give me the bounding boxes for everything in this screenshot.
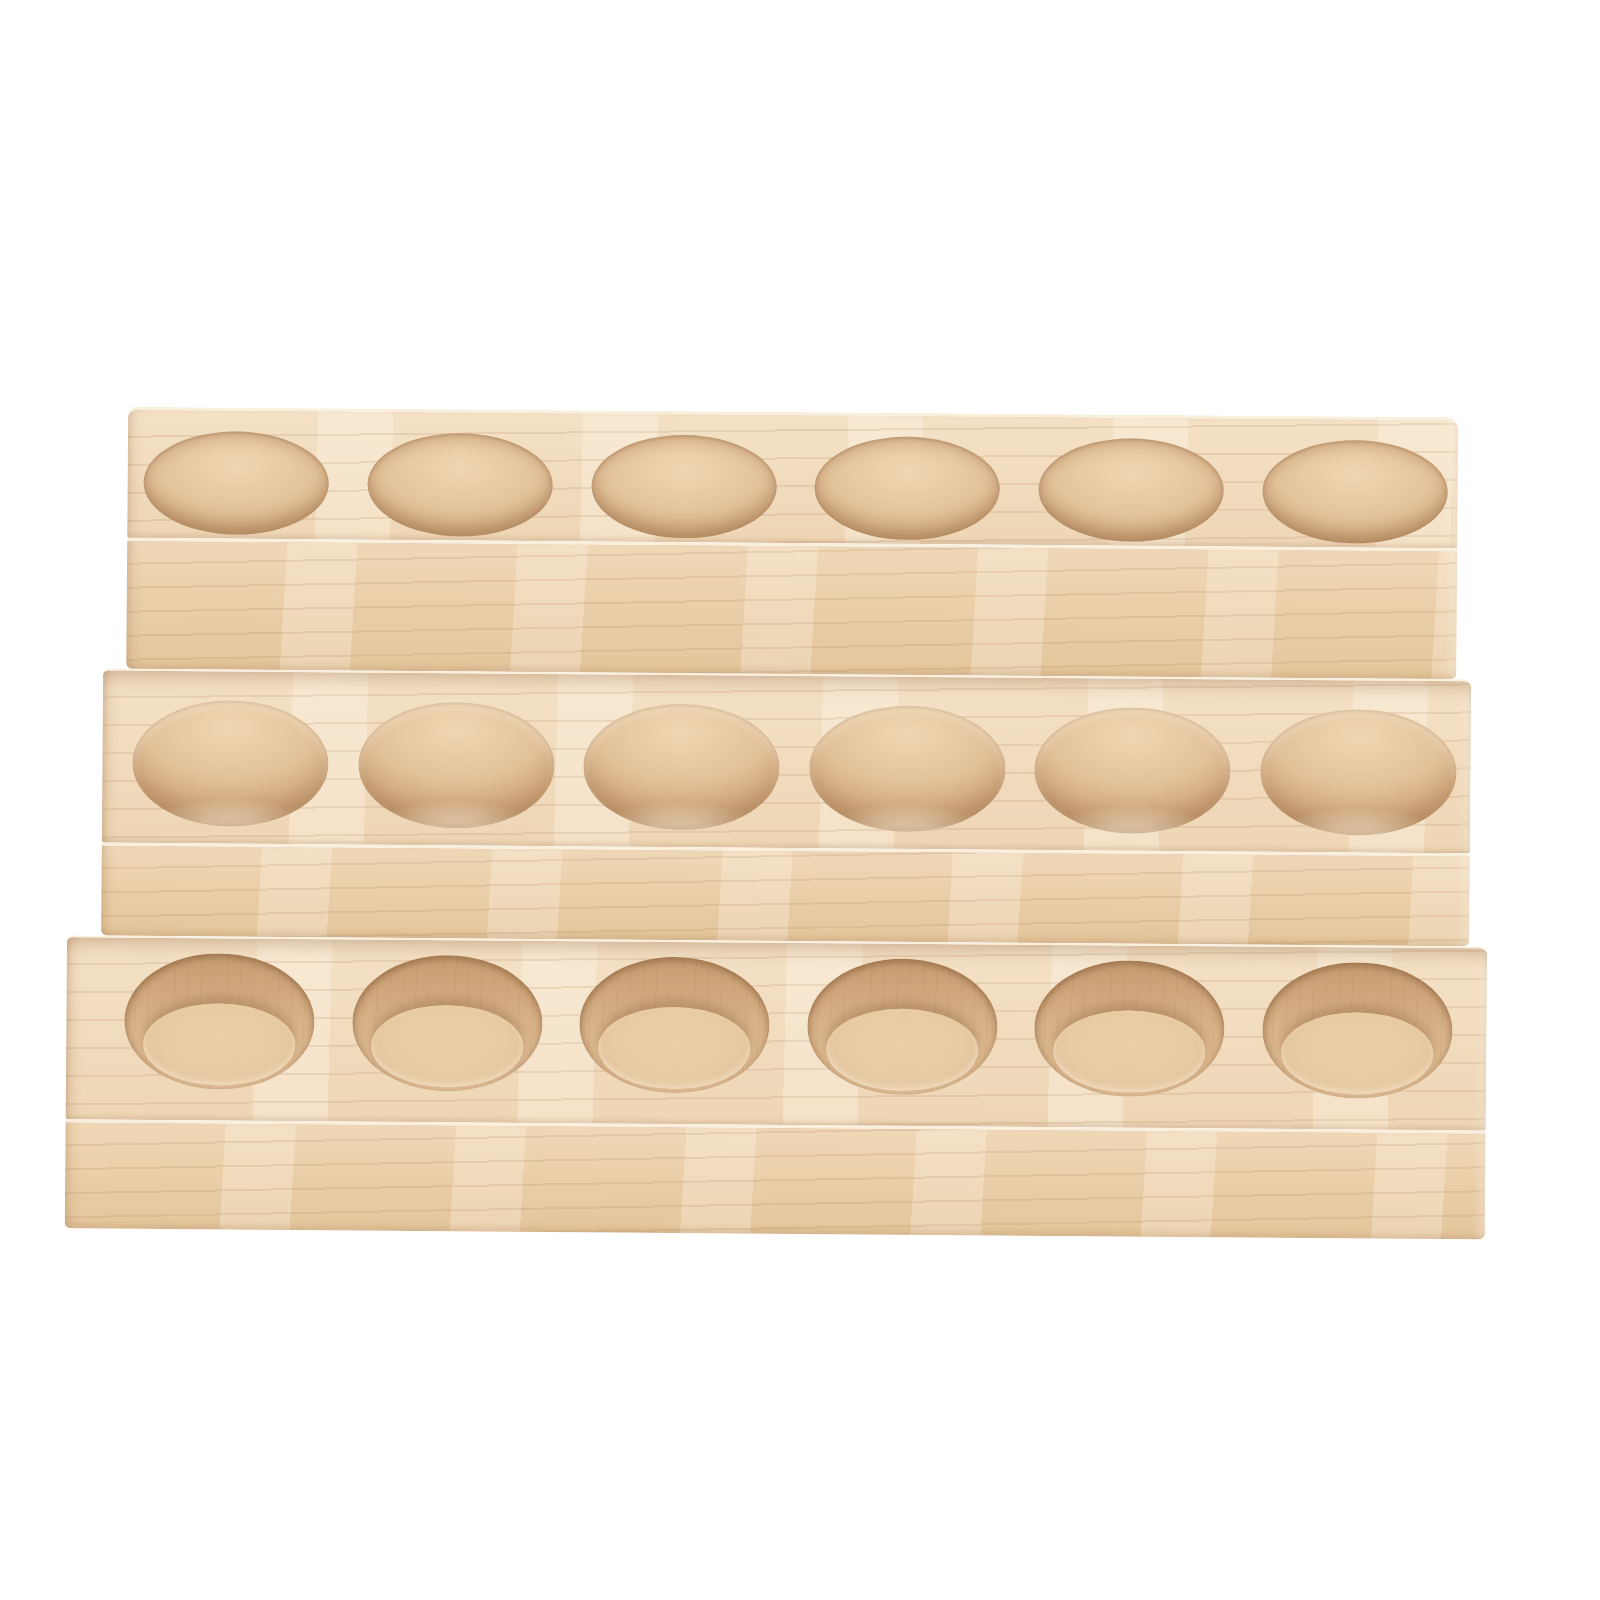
tier-middle-front-face xyxy=(101,843,1470,947)
pit-r3-c5 xyxy=(1034,960,1225,1097)
tier-back-front-face xyxy=(126,538,1457,679)
pit-r1-c5 xyxy=(1038,437,1224,541)
pit-r1-c1 xyxy=(143,430,329,534)
pit-r2-c6 xyxy=(1260,709,1457,837)
product-photo-background xyxy=(0,0,1600,1600)
pit-r3-c6 xyxy=(1262,962,1453,1099)
hole-row-back xyxy=(127,410,1458,548)
pit-r1-c3 xyxy=(591,434,777,538)
pit-r1-c2 xyxy=(367,432,553,536)
pit-r2-c2 xyxy=(358,702,555,830)
tier-front xyxy=(65,935,1487,1239)
pit-r2-c3 xyxy=(583,703,780,831)
tier-back-top-surface xyxy=(127,407,1458,548)
pit-r2-c5 xyxy=(1034,707,1231,835)
pit-r1-c4 xyxy=(815,436,1001,540)
pit-r2-c4 xyxy=(809,705,1006,833)
hole-row-front xyxy=(66,937,1487,1130)
tier-middle-top-surface xyxy=(102,669,1471,854)
tier-front-front-face xyxy=(65,1119,1486,1239)
tier-middle xyxy=(101,669,1471,947)
tier-front-top-surface xyxy=(66,935,1487,1130)
hole-row-middle xyxy=(102,671,1471,854)
pit-r1-c6 xyxy=(1262,439,1448,543)
tier-back xyxy=(126,407,1458,679)
pit-r3-c2 xyxy=(351,954,542,1091)
pit-r3-c3 xyxy=(579,956,770,1093)
pit-r2-c1 xyxy=(132,700,329,828)
pit-r3-c4 xyxy=(807,958,998,1095)
pit-r3-c1 xyxy=(124,953,315,1090)
wooden-rack xyxy=(57,406,1543,1240)
